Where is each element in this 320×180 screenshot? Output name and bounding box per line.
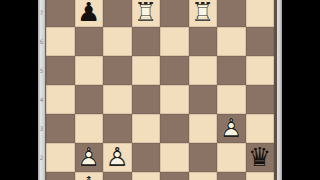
square-e7[interactable] [160,0,189,27]
chess-board: ♟♜♖♜♖♟♙♟♙♟♙♛♚♔ [46,0,274,180]
square-c6[interactable] [103,27,132,56]
square-e1[interactable] [160,172,189,180]
rank-label-4: 4 [38,85,45,114]
square-g7[interactable] [217,0,246,27]
square-d5[interactable] [132,56,161,85]
square-e3[interactable] [160,114,189,143]
square-g5[interactable] [217,56,246,85]
square-a3[interactable] [46,114,75,143]
square-c7[interactable] [103,0,132,27]
square-g2[interactable] [217,143,246,172]
square-e6[interactable] [160,27,189,56]
white-pawn[interactable]: ♙ [103,143,132,172]
square-b4[interactable] [75,85,104,114]
square-h6[interactable] [246,27,275,56]
square-b6[interactable] [75,27,104,56]
square-h3[interactable] [246,114,275,143]
white-pawn[interactable]: ♙ [75,143,104,172]
square-b5[interactable] [75,56,104,85]
square-c5[interactable] [103,56,132,85]
right-frame-strip [277,0,282,180]
square-h1[interactable] [246,172,275,180]
rank-label-6: 6 [38,27,45,56]
square-h7[interactable] [246,0,275,27]
rank-label-3: 3 [38,114,45,143]
square-d1[interactable] [132,172,161,180]
square-h5[interactable] [246,56,275,85]
white-king[interactable]: ♔ [75,172,104,180]
square-b3[interactable] [75,114,104,143]
square-c2[interactable]: ♟♙ [103,143,132,172]
square-g3[interactable]: ♟♙ [217,114,246,143]
square-h4[interactable] [246,85,275,114]
square-b1[interactable]: ♚♔ [75,172,104,180]
rank-label-1: 1 [38,172,45,180]
square-c4[interactable] [103,85,132,114]
square-f6[interactable] [189,27,218,56]
white-pawn-fill: ♟ [217,114,246,143]
square-a5[interactable] [46,56,75,85]
rank-label-2: 2 [38,143,45,172]
square-f3[interactable] [189,114,218,143]
white-rook[interactable]: ♖ [189,0,218,27]
square-d7[interactable]: ♜♖ [132,0,161,27]
white-pawn[interactable]: ♙ [217,114,246,143]
square-e5[interactable] [160,56,189,85]
chess-video-frame: 7654321 ♟♜♖♜♖♟♙♟♙♟♙♛♚♔ [0,0,320,180]
square-a2[interactable] [46,143,75,172]
square-f5[interactable] [189,56,218,85]
square-f1[interactable] [189,172,218,180]
white-king-fill: ♚ [75,172,104,180]
square-a4[interactable] [46,85,75,114]
white-rook[interactable]: ♖ [132,0,161,27]
square-a1[interactable] [46,172,75,180]
black-pawn[interactable]: ♟ [75,0,104,27]
square-d2[interactable] [132,143,161,172]
rank-label-5: 5 [38,56,45,85]
square-b2[interactable]: ♟♙ [75,143,104,172]
square-a7[interactable] [46,0,75,27]
square-c3[interactable] [103,114,132,143]
square-g4[interactable] [217,85,246,114]
square-g6[interactable] [217,27,246,56]
square-f2[interactable] [189,143,218,172]
square-f4[interactable] [189,85,218,114]
white-rook-fill: ♜ [132,0,161,27]
square-f7[interactable]: ♜♖ [189,0,218,27]
white-rook-fill: ♜ [189,0,218,27]
square-d3[interactable] [132,114,161,143]
square-e2[interactable] [160,143,189,172]
square-a6[interactable] [46,27,75,56]
black-queen[interactable]: ♛ [246,143,275,172]
rank-labels-strip: 7654321 [38,0,45,180]
square-e4[interactable] [160,85,189,114]
square-g1[interactable] [217,172,246,180]
square-h2[interactable]: ♛ [246,143,275,172]
square-c1[interactable] [103,172,132,180]
rank-label-7: 7 [38,0,45,27]
square-d6[interactable] [132,27,161,56]
square-d4[interactable] [132,85,161,114]
square-b7[interactable]: ♟ [75,0,104,27]
white-pawn-fill: ♟ [75,143,104,172]
white-pawn-fill: ♟ [103,143,132,172]
